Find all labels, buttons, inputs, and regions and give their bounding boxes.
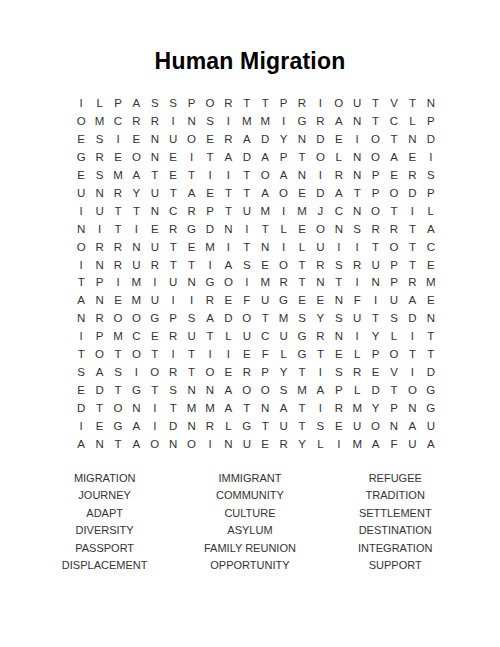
grid-cell[interactable]: P [366, 184, 384, 202]
grid-cell[interactable]: G [422, 399, 440, 417]
grid-cell[interactable]: D [201, 220, 219, 238]
grid-cell[interactable]: U [311, 238, 329, 256]
grid-cell[interactable]: T [366, 112, 384, 130]
grid-cell[interactable]: I [311, 399, 329, 417]
grid-cell[interactable]: O [127, 148, 145, 166]
grid-cell[interactable]: D [72, 399, 90, 417]
grid-cell[interactable]: I [164, 345, 182, 363]
grid-cell[interactable]: T [164, 399, 182, 417]
grid-cell[interactable]: I [219, 238, 237, 256]
grid-cell[interactable]: I [311, 94, 329, 112]
grid-cell[interactable]: O [385, 184, 403, 202]
grid-cell[interactable]: I [146, 417, 164, 435]
grid-cell[interactable]: U [238, 202, 256, 220]
grid-cell[interactable]: E [238, 345, 256, 363]
grid-cell[interactable]: E [201, 184, 219, 202]
grid-cell[interactable]: U [385, 291, 403, 309]
grid-cell[interactable]: I [72, 327, 90, 345]
grid-cell[interactable]: S [90, 166, 108, 184]
grid-cell[interactable]: R [366, 220, 384, 238]
grid-cell[interactable]: R [201, 291, 219, 309]
grid-cell[interactable]: T [256, 309, 274, 327]
grid-cell[interactable]: G [293, 112, 311, 130]
grid-cell[interactable]: I [348, 274, 366, 292]
grid-cell[interactable]: T [109, 381, 127, 399]
grid-cell[interactable]: T [366, 94, 384, 112]
grid-cell[interactable]: D [311, 130, 329, 148]
grid-cell[interactable]: T [422, 327, 440, 345]
grid-cell[interactable]: L [422, 202, 440, 220]
grid-cell[interactable]: A [201, 309, 219, 327]
grid-cell[interactable]: E [182, 238, 200, 256]
grid-cell[interactable]: E [422, 291, 440, 309]
grid-cell[interactable]: A [366, 435, 384, 453]
grid-cell[interactable]: R [90, 238, 108, 256]
grid-cell[interactable]: M [201, 238, 219, 256]
grid-cell[interactable]: T [182, 166, 200, 184]
grid-cell[interactable]: D [366, 381, 384, 399]
grid-cell[interactable]: I [330, 238, 348, 256]
grid-cell[interactable]: U [348, 417, 366, 435]
grid-cell[interactable]: O [256, 381, 274, 399]
grid-cell[interactable]: R [146, 256, 164, 274]
grid-cell[interactable]: N [90, 184, 108, 202]
grid-cell[interactable]: L [348, 381, 366, 399]
grid-cell[interactable]: N [201, 381, 219, 399]
grid-cell[interactable]: R [311, 327, 329, 345]
grid-cell[interactable]: T [201, 148, 219, 166]
grid-cell[interactable]: T [293, 399, 311, 417]
grid-cell[interactable]: O [385, 238, 403, 256]
grid-cell[interactable]: U [274, 327, 292, 345]
grid-cell[interactable]: M [201, 399, 219, 417]
grid-cell[interactable]: N [256, 238, 274, 256]
grid-cell[interactable]: N [348, 202, 366, 220]
grid-cell[interactable]: I [127, 220, 145, 238]
grid-cell[interactable]: R [385, 220, 403, 238]
grid-cell[interactable]: I [127, 363, 145, 381]
grid-cell[interactable]: N [219, 220, 237, 238]
grid-cell[interactable]: E [146, 220, 164, 238]
grid-cell[interactable]: N [403, 399, 421, 417]
grid-cell[interactable]: M [348, 399, 366, 417]
grid-cell[interactable]: S [422, 166, 440, 184]
grid-cell[interactable]: M [182, 399, 200, 417]
grid-cell[interactable]: T [219, 202, 237, 220]
grid-cell[interactable]: N [330, 291, 348, 309]
grid-cell[interactable]: G [127, 381, 145, 399]
grid-cell[interactable]: P [164, 309, 182, 327]
grid-cell[interactable]: I [274, 202, 292, 220]
grid-cell[interactable]: I [403, 327, 421, 345]
grid-cell[interactable]: E [366, 363, 384, 381]
grid-cell[interactable]: I [164, 112, 182, 130]
grid-cell[interactable]: A [127, 166, 145, 184]
grid-cell[interactable]: L [403, 112, 421, 130]
grid-cell[interactable]: T [293, 148, 311, 166]
grid-cell[interactable]: P [385, 399, 403, 417]
grid-cell[interactable]: R [274, 435, 292, 453]
grid-cell[interactable]: T [256, 220, 274, 238]
grid-cell[interactable]: O [403, 381, 421, 399]
grid-cell[interactable]: I [109, 130, 127, 148]
grid-cell[interactable]: E [330, 130, 348, 148]
grid-cell[interactable]: I [219, 345, 237, 363]
grid-cell[interactable]: M [109, 327, 127, 345]
grid-cell[interactable]: N [256, 399, 274, 417]
grid-cell[interactable]: T [146, 381, 164, 399]
grid-cell[interactable]: O [238, 309, 256, 327]
grid-cell[interactable]: T [366, 238, 384, 256]
grid-cell[interactable]: A [219, 256, 237, 274]
grid-cell[interactable]: O [330, 94, 348, 112]
grid-cell[interactable]: M [127, 291, 145, 309]
grid-cell[interactable]: I [311, 363, 329, 381]
grid-cell[interactable]: G [109, 417, 127, 435]
grid-cell[interactable]: T [348, 184, 366, 202]
grid-cell[interactable]: M [238, 112, 256, 130]
grid-cell[interactable]: E [403, 148, 421, 166]
grid-cell[interactable]: I [164, 291, 182, 309]
grid-cell[interactable]: R [219, 94, 237, 112]
grid-cell[interactable]: O [311, 220, 329, 238]
grid-cell[interactable]: E [256, 435, 274, 453]
grid-cell[interactable]: E [311, 291, 329, 309]
grid-cell[interactable]: A [330, 112, 348, 130]
grid-cell[interactable]: E [219, 363, 237, 381]
grid-cell[interactable]: S [109, 363, 127, 381]
grid-cell[interactable]: I [330, 435, 348, 453]
grid-cell[interactable]: O [366, 202, 384, 220]
grid-cell[interactable]: T [403, 94, 421, 112]
grid-cell[interactable]: T [385, 130, 403, 148]
grid-cell[interactable]: L [385, 327, 403, 345]
grid-cell[interactable]: T [146, 166, 164, 184]
grid-cell[interactable]: I [219, 112, 237, 130]
grid-cell[interactable]: R [146, 112, 164, 130]
grid-cell[interactable]: T [385, 381, 403, 399]
grid-cell[interactable]: N [422, 309, 440, 327]
grid-cell[interactable]: U [238, 327, 256, 345]
grid-cell[interactable]: P [109, 94, 127, 112]
grid-cell[interactable]: E [90, 417, 108, 435]
grid-cell[interactable]: D [422, 130, 440, 148]
grid-cell[interactable]: I [201, 256, 219, 274]
grid-cell[interactable]: D [422, 363, 440, 381]
grid-cell[interactable]: D [90, 381, 108, 399]
grid-cell[interactable]: R [109, 184, 127, 202]
grid-cell[interactable]: I [146, 399, 164, 417]
grid-cell[interactable]: N [127, 238, 145, 256]
grid-cell[interactable]: V [385, 363, 403, 381]
grid-cell[interactable]: M [256, 112, 274, 130]
grid-cell[interactable]: N [293, 130, 311, 148]
grid-cell[interactable]: T [293, 417, 311, 435]
grid-cell[interactable]: E [109, 148, 127, 166]
grid-cell[interactable]: P [274, 148, 292, 166]
grid-cell[interactable]: P [385, 274, 403, 292]
grid-cell[interactable]: T [164, 256, 182, 274]
grid-cell[interactable]: U [72, 184, 90, 202]
grid-cell[interactable]: M [422, 274, 440, 292]
grid-cell[interactable]: L [219, 327, 237, 345]
grid-cell[interactable]: T [238, 238, 256, 256]
grid-cell[interactable]: T [256, 417, 274, 435]
grid-cell[interactable]: L [274, 220, 292, 238]
grid-cell[interactable]: R [219, 130, 237, 148]
grid-cell[interactable]: P [274, 94, 292, 112]
grid-cell[interactable]: O [238, 381, 256, 399]
grid-cell[interactable]: N [348, 166, 366, 184]
grid-cell[interactable]: U [422, 417, 440, 435]
grid-cell[interactable]: D [403, 309, 421, 327]
grid-cell[interactable]: I [403, 202, 421, 220]
grid-cell[interactable]: F [238, 291, 256, 309]
grid-cell[interactable]: S [311, 417, 329, 435]
grid-cell[interactable]: M [109, 166, 127, 184]
grid-cell[interactable]: N [293, 166, 311, 184]
grid-cell[interactable]: S [330, 309, 348, 327]
grid-cell[interactable]: N [403, 130, 421, 148]
grid-cell[interactable]: L [293, 238, 311, 256]
grid-cell[interactable]: O [256, 166, 274, 184]
grid-cell[interactable]: R [311, 256, 329, 274]
grid-cell[interactable]: S [330, 363, 348, 381]
grid-cell[interactable]: N [348, 148, 366, 166]
grid-cell[interactable]: S [182, 309, 200, 327]
grid-cell[interactable]: R [348, 256, 366, 274]
grid-cell[interactable]: N [146, 202, 164, 220]
grid-cell[interactable]: U [366, 256, 384, 274]
grid-cell[interactable]: E [72, 130, 90, 148]
grid-cell[interactable]: U [90, 202, 108, 220]
grid-cell[interactable]: L [219, 417, 237, 435]
grid-cell[interactable]: U [274, 417, 292, 435]
grid-cell[interactable]: M [293, 202, 311, 220]
grid-cell[interactable]: N [182, 417, 200, 435]
grid-cell[interactable]: S [348, 220, 366, 238]
grid-cell[interactable]: I [219, 166, 237, 184]
grid-cell[interactable]: E [385, 166, 403, 184]
grid-cell[interactable]: C [422, 238, 440, 256]
grid-cell[interactable]: G [72, 148, 90, 166]
grid-cell[interactable]: D [164, 417, 182, 435]
grid-cell[interactable]: O [385, 345, 403, 363]
grid-cell[interactable]: O [127, 309, 145, 327]
grid-cell[interactable]: C [164, 202, 182, 220]
grid-cell[interactable]: I [182, 148, 200, 166]
grid-cell[interactable]: E [72, 381, 90, 399]
grid-cell[interactable]: G [274, 291, 292, 309]
grid-cell[interactable]: N [127, 399, 145, 417]
grid-cell[interactable]: P [90, 327, 108, 345]
grid-cell[interactable]: P [201, 202, 219, 220]
grid-cell[interactable]: Y [127, 184, 145, 202]
grid-cell[interactable]: U [238, 435, 256, 453]
grid-cell[interactable]: Y [366, 327, 384, 345]
grid-cell[interactable]: D [238, 148, 256, 166]
grid-cell[interactable]: D [311, 184, 329, 202]
grid-cell[interactable]: P [366, 345, 384, 363]
grid-cell[interactable]: N [164, 435, 182, 453]
grid-cell[interactable]: T [90, 399, 108, 417]
grid-cell[interactable]: O [182, 435, 200, 453]
grid-cell[interactable]: G [182, 220, 200, 238]
grid-cell[interactable]: R [274, 274, 292, 292]
grid-cell[interactable]: N [219, 435, 237, 453]
grid-cell[interactable]: T [422, 345, 440, 363]
grid-cell[interactable]: N [330, 220, 348, 238]
grid-cell[interactable]: N [72, 309, 90, 327]
grid-cell[interactable]: L [330, 148, 348, 166]
grid-cell[interactable]: N [330, 327, 348, 345]
grid-cell[interactable]: A [72, 291, 90, 309]
grid-cell[interactable]: P [385, 256, 403, 274]
grid-cell[interactable]: I [403, 363, 421, 381]
grid-cell[interactable]: T [293, 363, 311, 381]
grid-cell[interactable]: U [146, 184, 164, 202]
grid-cell[interactable]: E [293, 291, 311, 309]
grid-cell[interactable]: C [385, 112, 403, 130]
grid-cell[interactable]: R [109, 238, 127, 256]
grid-cell[interactable]: P [330, 381, 348, 399]
grid-cell[interactable]: U [403, 435, 421, 453]
grid-cell[interactable]: O [274, 256, 292, 274]
grid-cell[interactable]: T [238, 94, 256, 112]
grid-cell[interactable]: E [422, 256, 440, 274]
grid-cell[interactable]: J [311, 202, 329, 220]
grid-cell[interactable]: S [72, 363, 90, 381]
grid-cell[interactable]: O [201, 94, 219, 112]
grid-cell[interactable]: L [348, 345, 366, 363]
grid-cell[interactable]: I [274, 238, 292, 256]
grid-cell[interactable]: Y [366, 399, 384, 417]
grid-cell[interactable]: R [127, 112, 145, 130]
grid-cell[interactable]: O [182, 130, 200, 148]
grid-cell[interactable]: L [90, 94, 108, 112]
grid-cell[interactable]: R [90, 309, 108, 327]
grid-cell[interactable]: N [385, 417, 403, 435]
grid-cell[interactable]: T [164, 184, 182, 202]
grid-cell[interactable]: R [109, 256, 127, 274]
grid-cell[interactable]: A [274, 166, 292, 184]
grid-cell[interactable]: I [201, 435, 219, 453]
grid-cell[interactable]: O [311, 148, 329, 166]
grid-cell[interactable]: I [72, 256, 90, 274]
grid-cell[interactable]: N [90, 256, 108, 274]
grid-cell[interactable]: V [385, 94, 403, 112]
grid-cell[interactable]: T [109, 220, 127, 238]
grid-cell[interactable]: S [164, 94, 182, 112]
grid-cell[interactable]: O [366, 148, 384, 166]
grid-cell[interactable]: A [219, 399, 237, 417]
grid-cell[interactable]: Y [311, 309, 329, 327]
grid-cell[interactable]: E [330, 417, 348, 435]
grid-cell[interactable]: T [330, 274, 348, 292]
grid-cell[interactable]: M [256, 274, 274, 292]
grid-cell[interactable]: L [311, 435, 329, 453]
grid-cell[interactable]: M [293, 381, 311, 399]
grid-cell[interactable]: T [109, 345, 127, 363]
grid-cell[interactable]: O [274, 184, 292, 202]
grid-cell[interactable]: N [366, 274, 384, 292]
grid-cell[interactable]: U [348, 94, 366, 112]
grid-cell[interactable]: T [109, 435, 127, 453]
grid-cell[interactable]: F [256, 345, 274, 363]
grid-cell[interactable]: T [403, 256, 421, 274]
grid-cell[interactable]: T [72, 345, 90, 363]
grid-cell[interactable]: A [72, 435, 90, 453]
grid-cell[interactable]: R [238, 363, 256, 381]
grid-cell[interactable]: T [219, 184, 237, 202]
grid-cell[interactable]: P [366, 166, 384, 184]
grid-cell[interactable]: G [293, 345, 311, 363]
grid-cell[interactable]: A [403, 417, 421, 435]
grid-cell[interactable]: S [201, 112, 219, 130]
grid-cell[interactable]: I [274, 112, 292, 130]
grid-cell[interactable]: T [256, 94, 274, 112]
grid-cell[interactable]: E [256, 256, 274, 274]
grid-cell[interactable]: C [127, 327, 145, 345]
grid-cell[interactable]: G [422, 381, 440, 399]
grid-cell[interactable]: O [219, 274, 237, 292]
grid-cell[interactable]: T [182, 345, 200, 363]
grid-cell[interactable]: R [182, 202, 200, 220]
grid-cell[interactable]: T [109, 202, 127, 220]
grid-cell[interactable]: I [348, 130, 366, 148]
grid-cell[interactable]: T [403, 345, 421, 363]
grid-cell[interactable]: N [182, 381, 200, 399]
grid-cell[interactable]: N [182, 274, 200, 292]
grid-cell[interactable]: R [348, 363, 366, 381]
grid-cell[interactable]: N [348, 112, 366, 130]
grid-cell[interactable]: T [182, 363, 200, 381]
grid-cell[interactable]: I [422, 148, 440, 166]
grid-cell[interactable]: F [385, 435, 403, 453]
grid-cell[interactable]: R [403, 274, 421, 292]
grid-cell[interactable]: E [293, 220, 311, 238]
grid-cell[interactable]: E [164, 166, 182, 184]
grid-cell[interactable]: Y [274, 130, 292, 148]
grid-cell[interactable]: T [182, 256, 200, 274]
grid-cell[interactable]: T [403, 238, 421, 256]
grid-cell[interactable]: I [238, 274, 256, 292]
grid-cell[interactable]: I [182, 291, 200, 309]
grid-cell[interactable]: R [330, 399, 348, 417]
grid-cell[interactable]: A [127, 417, 145, 435]
grid-cell[interactable]: M [348, 435, 366, 453]
grid-cell[interactable]: S [238, 256, 256, 274]
grid-cell[interactable]: A [385, 148, 403, 166]
grid-cell[interactable]: G [201, 274, 219, 292]
grid-cell[interactable]: T [311, 345, 329, 363]
grid-cell[interactable]: S [164, 381, 182, 399]
grid-cell[interactable]: P [256, 363, 274, 381]
grid-cell[interactable]: M [90, 112, 108, 130]
grid-cell[interactable]: R [164, 327, 182, 345]
grid-cell[interactable]: P [422, 112, 440, 130]
grid-cell[interactable]: R [164, 363, 182, 381]
grid-cell[interactable]: R [403, 166, 421, 184]
grid-cell[interactable]: R [330, 166, 348, 184]
grid-cell[interactable]: I [146, 274, 164, 292]
grid-cell[interactable]: E [146, 327, 164, 345]
grid-cell[interactable]: U [164, 274, 182, 292]
grid-cell[interactable]: N [422, 94, 440, 112]
grid-cell[interactable]: O [72, 112, 90, 130]
grid-cell[interactable]: O [72, 238, 90, 256]
grid-cell[interactable]: T [146, 345, 164, 363]
